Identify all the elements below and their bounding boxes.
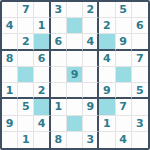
cell-r8c7[interactable]: 1 <box>99 116 115 132</box>
cell-r3c3[interactable] <box>34 34 50 50</box>
cell-r9c3[interactable] <box>34 132 50 148</box>
cell-value: 1 <box>54 101 62 112</box>
cell-r3c6[interactable]: 4 <box>83 34 99 50</box>
cell-r3c5[interactable] <box>67 34 83 50</box>
cell-value: 2 <box>103 20 111 31</box>
cell-r5c2[interactable] <box>18 67 34 83</box>
cell-r4c5[interactable] <box>67 51 83 67</box>
cell-r7c4[interactable]: 1 <box>51 99 67 115</box>
cell-r4c8[interactable] <box>116 51 132 67</box>
cell-r1c6[interactable]: 2 <box>83 2 99 18</box>
cell-r5c6[interactable] <box>83 67 99 83</box>
cell-r7c7[interactable] <box>99 99 115 115</box>
cell-value: 9 <box>71 69 79 80</box>
cell-r9c1[interactable] <box>2 132 18 148</box>
cell-r9c6[interactable]: 3 <box>83 132 99 148</box>
cell-r8c6[interactable] <box>83 116 99 132</box>
cell-r9c7[interactable] <box>99 132 115 148</box>
cell-r5c1[interactable] <box>2 67 18 83</box>
cell-value: 1 <box>38 20 46 31</box>
cell-value: 2 <box>22 36 30 47</box>
cell-value: 9 <box>6 118 14 129</box>
cell-r1c8[interactable]: 5 <box>116 2 132 18</box>
cell-r5c3[interactable] <box>34 67 50 83</box>
cell-value: 4 <box>103 53 111 64</box>
cell-r4c1[interactable]: 8 <box>2 51 18 67</box>
cell-r7c3[interactable] <box>34 99 50 115</box>
cell-r6c2[interactable] <box>18 83 34 99</box>
cell-r4c2[interactable] <box>18 51 34 67</box>
cell-value: 6 <box>136 20 144 31</box>
cell-r9c8[interactable]: 4 <box>116 132 132 148</box>
cell-r5c5[interactable]: 9 <box>67 67 83 83</box>
cell-r1c2[interactable]: 7 <box>18 2 34 18</box>
cell-r4c7[interactable]: 4 <box>99 51 115 67</box>
cell-r5c8[interactable] <box>116 67 132 83</box>
cell-r2c3[interactable]: 1 <box>34 18 50 34</box>
cell-value: 4 <box>86 36 94 47</box>
cell-r1c1[interactable] <box>2 2 18 18</box>
cell-r2c4[interactable] <box>51 18 67 34</box>
cell-r8c9[interactable]: 3 <box>132 116 148 132</box>
cell-r1c7[interactable] <box>99 2 115 18</box>
cell-value: 2 <box>38 85 46 96</box>
cell-r9c9[interactable] <box>132 132 148 148</box>
cell-value: 6 <box>54 36 62 47</box>
cell-r4c3[interactable]: 6 <box>34 51 50 67</box>
cell-r7c8[interactable]: 7 <box>116 99 132 115</box>
cell-value: 8 <box>6 53 14 64</box>
cell-value: 9 <box>86 101 94 112</box>
cell-r1c3[interactable] <box>34 2 50 18</box>
cell-r8c8[interactable] <box>116 116 132 132</box>
cell-r9c5[interactable] <box>67 132 83 148</box>
cell-r5c9[interactable] <box>132 67 148 83</box>
cell-value: 6 <box>38 53 46 64</box>
cell-r3c9[interactable] <box>132 34 148 50</box>
cell-value: 4 <box>38 118 46 129</box>
cell-r7c2[interactable]: 5 <box>18 99 34 115</box>
cell-r1c9[interactable] <box>132 2 148 18</box>
cell-value: 8 <box>54 134 62 145</box>
cell-r2c5[interactable] <box>67 18 83 34</box>
cell-value: 2 <box>86 4 94 15</box>
cell-r8c4[interactable] <box>51 116 67 132</box>
cell-r8c5[interactable] <box>67 116 83 132</box>
cell-value: 9 <box>103 85 111 96</box>
cell-r2c1[interactable]: 4 <box>2 18 18 34</box>
cell-r6c3[interactable]: 2 <box>34 83 50 99</box>
cell-r7c5[interactable] <box>67 99 83 115</box>
cell-r6c4[interactable] <box>51 83 67 99</box>
cell-value: 3 <box>86 134 94 145</box>
cell-value: 4 <box>6 20 14 31</box>
cell-value: 9 <box>119 36 127 47</box>
cell-value: 5 <box>136 85 144 96</box>
cell-r6c7[interactable]: 9 <box>99 83 115 99</box>
cell-r9c2[interactable]: 1 <box>18 132 34 148</box>
cell-r4c6[interactable] <box>83 51 99 67</box>
cell-value: 1 <box>22 134 30 145</box>
cell-value: 5 <box>22 101 30 112</box>
sudoku-board: 732541262649864791295519794131834 <box>0 0 150 150</box>
cell-r1c4[interactable]: 3 <box>51 2 67 18</box>
cell-r2c9[interactable]: 6 <box>132 18 148 34</box>
cell-r1c5[interactable] <box>67 2 83 18</box>
cell-r3c1[interactable] <box>2 34 18 50</box>
cell-r6c8[interactable] <box>116 83 132 99</box>
cell-r5c7[interactable] <box>99 67 115 83</box>
cell-r8c3[interactable]: 4 <box>34 116 50 132</box>
cell-r2c8[interactable] <box>116 18 132 34</box>
cell-value: 7 <box>136 53 144 64</box>
cell-r7c9[interactable] <box>132 99 148 115</box>
cell-r2c7[interactable]: 2 <box>99 18 115 34</box>
cell-r6c5[interactable] <box>67 83 83 99</box>
cell-r3c4[interactable]: 6 <box>51 34 67 50</box>
cell-r3c7[interactable] <box>99 34 115 50</box>
cell-r6c9[interactable]: 5 <box>132 83 148 99</box>
cell-value: 4 <box>119 134 127 145</box>
cell-value: 3 <box>54 4 62 15</box>
cell-value: 1 <box>103 118 111 129</box>
cell-r7c6[interactable]: 9 <box>83 99 99 115</box>
cell-value: 7 <box>119 101 127 112</box>
cell-value: 1 <box>6 85 14 96</box>
cell-r2c2[interactable] <box>18 18 34 34</box>
cell-r3c2[interactable]: 2 <box>18 34 34 50</box>
cell-r6c6[interactable] <box>83 83 99 99</box>
cell-r4c9[interactable]: 7 <box>132 51 148 67</box>
cell-value: 3 <box>136 118 144 129</box>
cell-value: 7 <box>22 4 30 15</box>
cell-r3c8[interactable]: 9 <box>116 34 132 50</box>
cell-r4c4[interactable] <box>51 51 67 67</box>
cell-r2c6[interactable] <box>83 18 99 34</box>
cell-r8c1[interactable]: 9 <box>2 116 18 132</box>
cell-r9c4[interactable]: 8 <box>51 132 67 148</box>
cell-r8c2[interactable] <box>18 116 34 132</box>
cell-value: 5 <box>119 4 127 15</box>
cell-r5c4[interactable] <box>51 67 67 83</box>
cell-r7c1[interactable] <box>2 99 18 115</box>
cell-r6c1[interactable]: 1 <box>2 83 18 99</box>
